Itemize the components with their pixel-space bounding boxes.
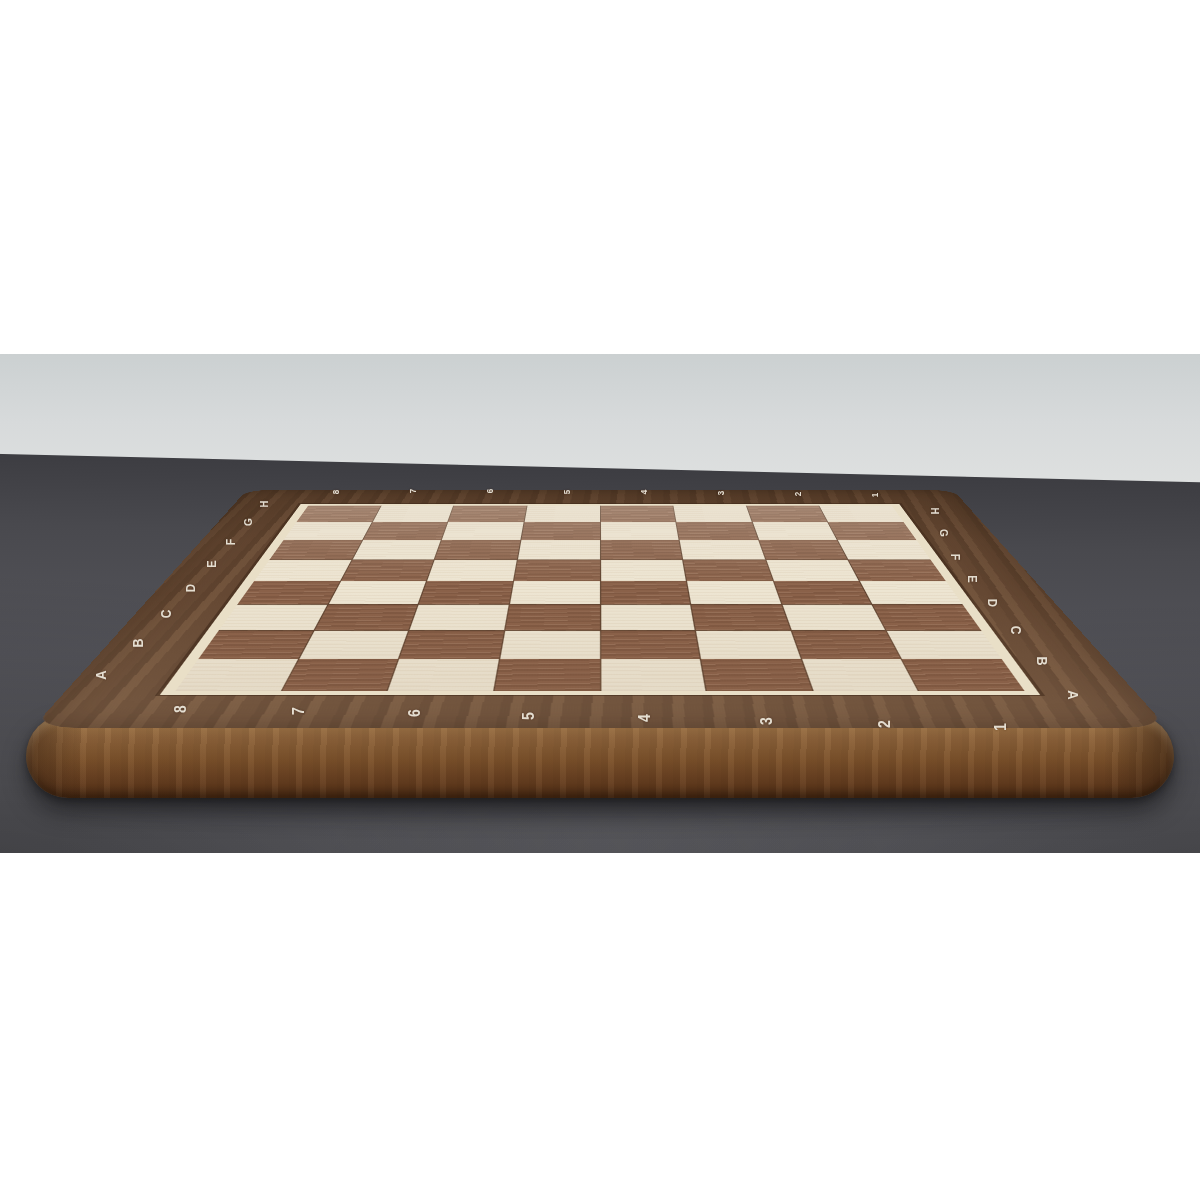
- square-d3: [687, 581, 781, 604]
- square-b4: [601, 631, 700, 659]
- coord-label-near-2: 2: [875, 720, 893, 728]
- square-b1: [887, 631, 1001, 659]
- square-e2: [766, 560, 859, 581]
- square-f4: [601, 540, 683, 559]
- coord-label-far-8: 8: [331, 490, 341, 494]
- coord-label-right-b: B: [1034, 656, 1050, 665]
- square-b6: [400, 631, 504, 659]
- square-a2: [802, 659, 918, 691]
- square-e1: [849, 560, 946, 581]
- square-a7: [282, 659, 398, 691]
- coord-label-near-4: 4: [635, 714, 653, 722]
- square-g7: [363, 522, 448, 540]
- square-h1: [820, 506, 904, 522]
- square-a1: [903, 659, 1025, 691]
- square-d8: [237, 581, 339, 604]
- square-h6: [449, 506, 527, 522]
- coord-label-near-1: 1: [991, 723, 1009, 731]
- square-g4: [601, 522, 679, 540]
- coord-label-left-g: G: [242, 518, 255, 526]
- square-b8: [198, 631, 312, 659]
- square-c2: [782, 605, 885, 631]
- coord-label-near-6: 6: [405, 709, 423, 717]
- square-f5: [518, 540, 600, 559]
- square-c6: [410, 605, 509, 631]
- square-b3: [696, 631, 800, 659]
- square-e5: [514, 560, 599, 581]
- square-e3: [683, 560, 772, 581]
- square-b7: [299, 631, 408, 659]
- coord-label-near-8: 8: [171, 705, 189, 713]
- square-b2: [792, 631, 901, 659]
- square-f2: [759, 540, 848, 559]
- coord-label-left-c: C: [158, 610, 174, 619]
- coord-label-right-f: F: [949, 554, 963, 560]
- square-d7: [328, 581, 426, 604]
- coord-label-left-d: D: [183, 584, 197, 592]
- coord-label-right-e: E: [966, 575, 980, 582]
- square-d5: [510, 581, 600, 604]
- square-h5: [525, 506, 600, 522]
- square-a3: [701, 659, 812, 691]
- square-e6: [427, 560, 516, 581]
- square-a5: [494, 659, 599, 691]
- square-g8: [284, 522, 372, 540]
- square-g6: [442, 522, 523, 540]
- square-a8: [176, 659, 298, 691]
- coord-label-left-a: A: [92, 670, 109, 679]
- square-h2: [747, 506, 828, 522]
- square-h7: [373, 506, 454, 522]
- coord-label-far-2: 2: [793, 492, 803, 496]
- coord-label-near-3: 3: [757, 717, 775, 725]
- square-d2: [774, 581, 872, 604]
- coord-label-far-3: 3: [716, 491, 726, 495]
- square-f7: [352, 540, 441, 559]
- square-f6: [435, 540, 520, 559]
- square-d4: [601, 581, 691, 604]
- square-c3: [691, 605, 790, 631]
- square-f3: [680, 540, 765, 559]
- square-c1: [873, 605, 981, 631]
- square-g5: [521, 522, 599, 540]
- maple-inlay-line: [160, 504, 1040, 695]
- board-scene: 8765432187654321ABCDEFGHABCDEFGH: [0, 354, 1200, 853]
- square-e8: [254, 560, 351, 581]
- coord-label-right-h: H: [929, 508, 942, 515]
- square-h8: [297, 506, 381, 522]
- coord-label-right-d: D: [986, 599, 1000, 607]
- coord-label-left-b: B: [130, 638, 146, 647]
- chessboard-photo: 8765432187654321ABCDEFGHABCDEFGH: [0, 354, 1200, 853]
- coord-label-near-7: 7: [289, 707, 307, 715]
- square-c4: [601, 605, 695, 631]
- coord-label-right-c: C: [1008, 626, 1024, 635]
- coord-label-left-f: F: [223, 539, 237, 545]
- square-g1: [829, 522, 917, 540]
- square-d6: [419, 581, 513, 604]
- coord-label-far-4: 4: [639, 490, 649, 494]
- board-grid: [176, 506, 1025, 691]
- square-e7: [341, 560, 434, 581]
- coord-label-far-7: 7: [408, 489, 418, 493]
- coord-label-right-a: A: [1064, 690, 1081, 699]
- coord-label-near-5: 5: [519, 712, 537, 720]
- square-d1: [860, 581, 962, 604]
- coord-label-far-6: 6: [485, 489, 495, 493]
- square-f8: [270, 540, 362, 559]
- square-b5: [500, 631, 599, 659]
- coord-label-left-h: H: [258, 501, 271, 508]
- square-h3: [674, 506, 752, 522]
- square-g2: [753, 522, 838, 540]
- page: 8765432187654321ABCDEFGHABCDEFGH: [0, 0, 1200, 1200]
- square-f1: [838, 540, 930, 559]
- square-a4: [601, 659, 706, 691]
- square-g3: [677, 522, 758, 540]
- coord-label-far-5: 5: [562, 490, 572, 494]
- square-a6: [388, 659, 499, 691]
- coord-label-left-e: E: [204, 560, 218, 567]
- coord-label-far-1: 1: [870, 493, 880, 497]
- coord-label-right-g: G: [938, 529, 951, 537]
- square-h4: [600, 506, 675, 522]
- square-c8: [219, 605, 327, 631]
- square-c7: [314, 605, 417, 631]
- square-c5: [505, 605, 599, 631]
- square-e4: [601, 560, 686, 581]
